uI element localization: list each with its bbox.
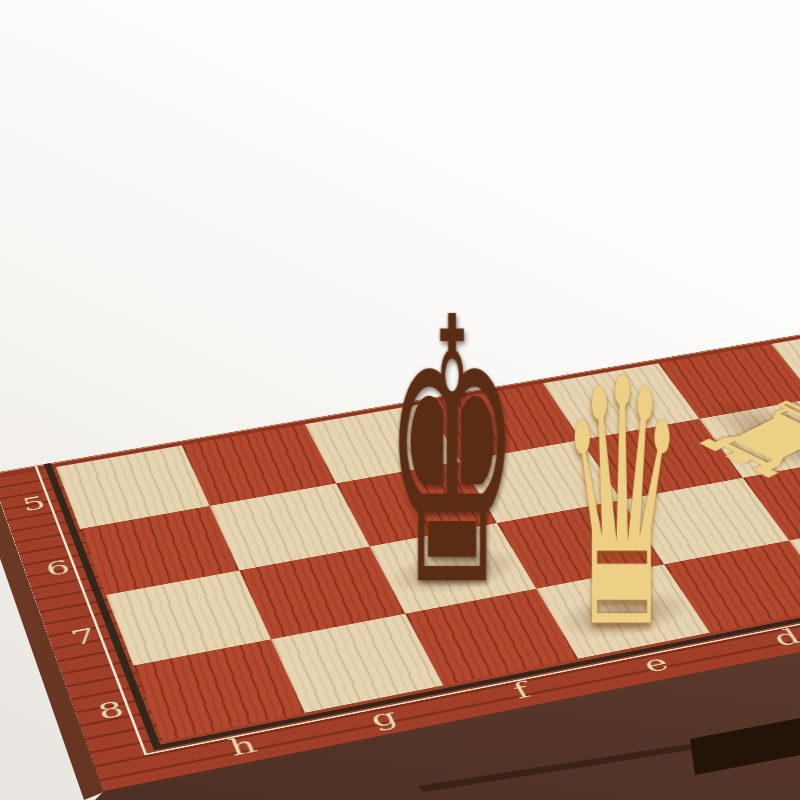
- chess-set-photo: 5678 hgfed ♛♚♜: [0, 0, 800, 800]
